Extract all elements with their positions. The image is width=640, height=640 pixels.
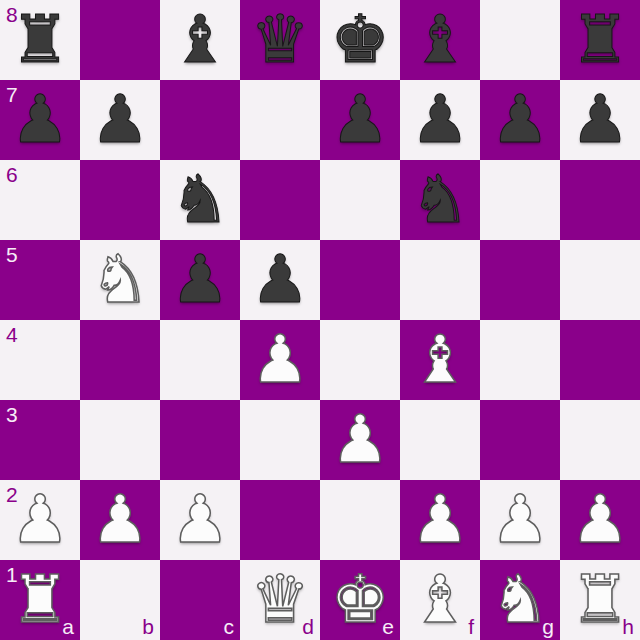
piece-white-knight[interactable]: ♞ xyxy=(480,560,560,640)
square-a2[interactable]: 2♟ xyxy=(0,480,80,560)
piece-white-pawn[interactable]: ♟ xyxy=(0,480,80,560)
square-g5[interactable] xyxy=(480,240,560,320)
piece-black-pawn[interactable]: ♟ xyxy=(0,80,80,160)
piece-white-pawn[interactable]: ♟ xyxy=(240,320,320,400)
file-label-c: c xyxy=(224,616,235,637)
square-e1[interactable]: e♚ xyxy=(320,560,400,640)
square-c7[interactable] xyxy=(160,80,240,160)
square-h7[interactable]: ♟ xyxy=(560,80,640,160)
square-c5[interactable]: ♟ xyxy=(160,240,240,320)
square-e4[interactable] xyxy=(320,320,400,400)
square-d4[interactable]: ♟ xyxy=(240,320,320,400)
square-c1[interactable]: c xyxy=(160,560,240,640)
square-c8[interactable]: ♝ xyxy=(160,0,240,80)
square-f1[interactable]: f♝ xyxy=(400,560,480,640)
square-e5[interactable] xyxy=(320,240,400,320)
square-a6[interactable]: 6 xyxy=(0,160,80,240)
square-g6[interactable] xyxy=(480,160,560,240)
square-h6[interactable] xyxy=(560,160,640,240)
piece-white-pawn[interactable]: ♟ xyxy=(400,480,480,560)
piece-white-knight[interactable]: ♞ xyxy=(80,240,160,320)
square-c3[interactable] xyxy=(160,400,240,480)
square-b3[interactable] xyxy=(80,400,160,480)
square-g7[interactable]: ♟ xyxy=(480,80,560,160)
square-d2[interactable] xyxy=(240,480,320,560)
square-c4[interactable] xyxy=(160,320,240,400)
piece-black-pawn[interactable]: ♟ xyxy=(240,240,320,320)
piece-white-queen[interactable]: ♛ xyxy=(240,560,320,640)
piece-black-pawn[interactable]: ♟ xyxy=(400,80,480,160)
square-e6[interactable] xyxy=(320,160,400,240)
square-g8[interactable] xyxy=(480,0,560,80)
square-f7[interactable]: ♟ xyxy=(400,80,480,160)
piece-white-rook[interactable]: ♜ xyxy=(560,560,640,640)
square-g1[interactable]: g♞ xyxy=(480,560,560,640)
piece-black-pawn[interactable]: ♟ xyxy=(160,240,240,320)
piece-white-pawn[interactable]: ♟ xyxy=(480,480,560,560)
square-d7[interactable] xyxy=(240,80,320,160)
square-b2[interactable]: ♟ xyxy=(80,480,160,560)
square-g4[interactable] xyxy=(480,320,560,400)
square-b4[interactable] xyxy=(80,320,160,400)
square-d3[interactable] xyxy=(240,400,320,480)
piece-black-pawn[interactable]: ♟ xyxy=(480,80,560,160)
square-b5[interactable]: ♞ xyxy=(80,240,160,320)
piece-white-pawn[interactable]: ♟ xyxy=(80,480,160,560)
square-b6[interactable] xyxy=(80,160,160,240)
rank-label-6: 6 xyxy=(6,164,18,185)
piece-white-bishop[interactable]: ♝ xyxy=(400,320,480,400)
square-f3[interactable] xyxy=(400,400,480,480)
piece-black-pawn[interactable]: ♟ xyxy=(320,80,400,160)
square-h4[interactable] xyxy=(560,320,640,400)
square-a1[interactable]: 1a♜ xyxy=(0,560,80,640)
square-e3[interactable]: ♟ xyxy=(320,400,400,480)
square-f2[interactable]: ♟ xyxy=(400,480,480,560)
square-b8[interactable] xyxy=(80,0,160,80)
piece-white-rook[interactable]: ♜ xyxy=(0,560,80,640)
square-h3[interactable] xyxy=(560,400,640,480)
square-c6[interactable]: ♞ xyxy=(160,160,240,240)
square-h5[interactable] xyxy=(560,240,640,320)
square-e7[interactable]: ♟ xyxy=(320,80,400,160)
square-a3[interactable]: 3 xyxy=(0,400,80,480)
piece-black-king[interactable]: ♚ xyxy=(320,0,400,80)
square-e2[interactable] xyxy=(320,480,400,560)
piece-white-king[interactable]: ♚ xyxy=(320,560,400,640)
rank-label-5: 5 xyxy=(6,244,18,265)
square-a8[interactable]: 8♜ xyxy=(0,0,80,80)
square-b1[interactable]: b xyxy=(80,560,160,640)
piece-black-queen[interactable]: ♛ xyxy=(240,0,320,80)
rank-label-3: 3 xyxy=(6,404,18,425)
piece-white-pawn[interactable]: ♟ xyxy=(160,480,240,560)
square-d8[interactable]: ♛ xyxy=(240,0,320,80)
piece-black-bishop[interactable]: ♝ xyxy=(400,0,480,80)
square-h2[interactable]: ♟ xyxy=(560,480,640,560)
square-d1[interactable]: d♛ xyxy=(240,560,320,640)
square-d6[interactable] xyxy=(240,160,320,240)
square-f8[interactable]: ♝ xyxy=(400,0,480,80)
square-f4[interactable]: ♝ xyxy=(400,320,480,400)
square-h8[interactable]: ♜ xyxy=(560,0,640,80)
file-label-b: b xyxy=(142,616,154,637)
piece-black-bishop[interactable]: ♝ xyxy=(160,0,240,80)
square-c2[interactable]: ♟ xyxy=(160,480,240,560)
square-h1[interactable]: h♜ xyxy=(560,560,640,640)
piece-black-knight[interactable]: ♞ xyxy=(160,160,240,240)
piece-white-bishop[interactable]: ♝ xyxy=(400,560,480,640)
piece-white-pawn[interactable]: ♟ xyxy=(560,480,640,560)
square-a4[interactable]: 4 xyxy=(0,320,80,400)
square-g3[interactable] xyxy=(480,400,560,480)
piece-black-knight[interactable]: ♞ xyxy=(400,160,480,240)
rank-label-4: 4 xyxy=(6,324,18,345)
square-b7[interactable]: ♟ xyxy=(80,80,160,160)
square-f6[interactable]: ♞ xyxy=(400,160,480,240)
square-a5[interactable]: 5 xyxy=(0,240,80,320)
piece-black-pawn[interactable]: ♟ xyxy=(80,80,160,160)
piece-black-pawn[interactable]: ♟ xyxy=(560,80,640,160)
square-e8[interactable]: ♚ xyxy=(320,0,400,80)
square-a7[interactable]: 7♟ xyxy=(0,80,80,160)
piece-black-rook[interactable]: ♜ xyxy=(0,0,80,80)
square-d5[interactable]: ♟ xyxy=(240,240,320,320)
square-f5[interactable] xyxy=(400,240,480,320)
square-g2[interactable]: ♟ xyxy=(480,480,560,560)
piece-white-pawn[interactable]: ♟ xyxy=(320,400,400,480)
piece-black-rook[interactable]: ♜ xyxy=(560,0,640,80)
chess-board: 8♜♝♛♚♝♜7♟♟♟♟♟♟6♞♞5♞♟♟4♟♝3♟2♟♟♟♟♟♟1a♜bcd♛… xyxy=(0,0,640,640)
